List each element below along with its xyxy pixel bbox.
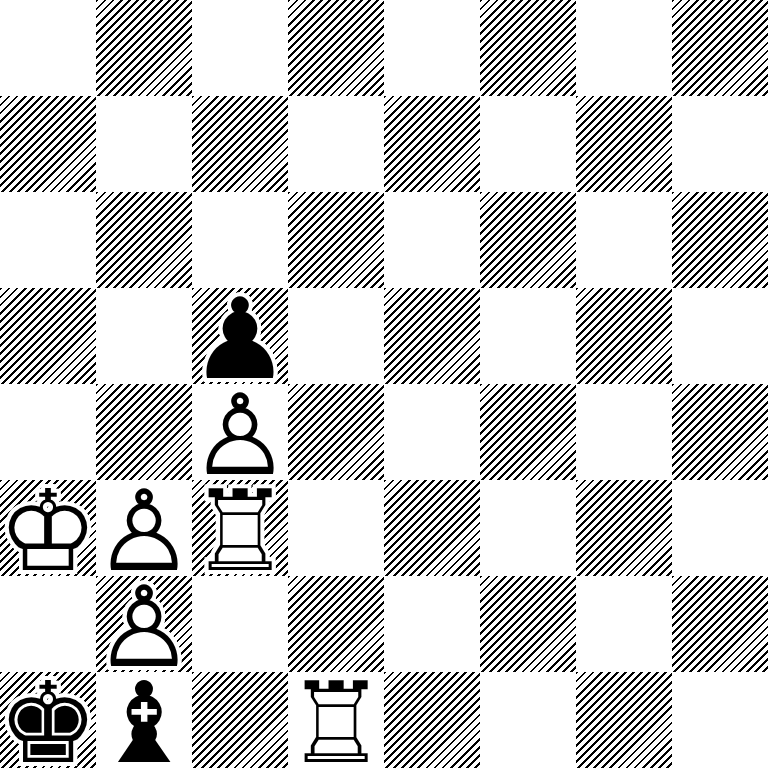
square-b1[interactable]: ♝♝ [96, 672, 192, 768]
square-b3[interactable]: ♟♙ [96, 480, 192, 576]
white-rook-halo: ♜ [288, 675, 384, 768]
white-rook-icon: ♖ [192, 483, 288, 579]
square-f4[interactable] [480, 384, 576, 480]
square-d6[interactable] [288, 192, 384, 288]
square-b5[interactable] [96, 288, 192, 384]
square-a6[interactable] [0, 192, 96, 288]
square-g3[interactable] [576, 480, 672, 576]
square-c3[interactable]: ♜♖ [192, 480, 288, 576]
white-pawn-icon: ♙ [192, 387, 288, 483]
square-f6[interactable] [480, 192, 576, 288]
square-h5[interactable] [672, 288, 768, 384]
square-b6[interactable] [96, 192, 192, 288]
square-a1[interactable]: ♚♚ [0, 672, 96, 768]
square-a5[interactable] [0, 288, 96, 384]
black-king-halo: ♚ [0, 675, 96, 768]
square-h3[interactable] [672, 480, 768, 576]
square-f8[interactable] [480, 0, 576, 96]
white-pawn-icon: ♙ [96, 579, 192, 675]
black-pawn-halo: ♟ [192, 291, 288, 387]
square-f5[interactable] [480, 288, 576, 384]
black-king-icon: ♚ [0, 675, 96, 768]
square-e4[interactable] [384, 384, 480, 480]
white-pawn-halo: ♟ [96, 579, 192, 675]
square-g1[interactable] [576, 672, 672, 768]
square-c7[interactable] [192, 96, 288, 192]
white-rook-icon: ♖ [288, 675, 384, 768]
square-e7[interactable] [384, 96, 480, 192]
square-d7[interactable] [288, 96, 384, 192]
white-pawn-icon: ♙ [96, 483, 192, 579]
square-e3[interactable] [384, 480, 480, 576]
square-f7[interactable] [480, 96, 576, 192]
chess-board: ♟♟♟♙♚♔♟♙♜♖♟♙♚♚♝♝♜♖ [0, 0, 768, 768]
black-bishop-icon: ♝ [96, 675, 192, 768]
square-g4[interactable] [576, 384, 672, 480]
square-a2[interactable] [0, 576, 96, 672]
square-d4[interactable] [288, 384, 384, 480]
square-a7[interactable] [0, 96, 96, 192]
square-b2[interactable]: ♟♙ [96, 576, 192, 672]
square-e1[interactable] [384, 672, 480, 768]
square-h6[interactable] [672, 192, 768, 288]
square-c4[interactable]: ♟♙ [192, 384, 288, 480]
square-h7[interactable] [672, 96, 768, 192]
square-b4[interactable] [96, 384, 192, 480]
square-c2[interactable] [192, 576, 288, 672]
white-king-icon: ♔ [0, 483, 96, 579]
square-c8[interactable] [192, 0, 288, 96]
square-c5[interactable]: ♟♟ [192, 288, 288, 384]
square-f1[interactable] [480, 672, 576, 768]
white-rook-halo: ♜ [192, 483, 288, 579]
square-e5[interactable] [384, 288, 480, 384]
white-pawn-halo: ♟ [96, 483, 192, 579]
square-h8[interactable] [672, 0, 768, 96]
square-g6[interactable] [576, 192, 672, 288]
square-e8[interactable] [384, 0, 480, 96]
square-e2[interactable] [384, 576, 480, 672]
white-pawn-halo: ♟ [192, 387, 288, 483]
square-d3[interactable] [288, 480, 384, 576]
square-b7[interactable] [96, 96, 192, 192]
square-d5[interactable] [288, 288, 384, 384]
square-g7[interactable] [576, 96, 672, 192]
square-f2[interactable] [480, 576, 576, 672]
square-d2[interactable] [288, 576, 384, 672]
square-d1[interactable]: ♜♖ [288, 672, 384, 768]
white-king-halo: ♚ [0, 483, 96, 579]
square-a8[interactable] [0, 0, 96, 96]
square-g5[interactable] [576, 288, 672, 384]
square-e6[interactable] [384, 192, 480, 288]
square-b8[interactable] [96, 0, 192, 96]
square-f3[interactable] [480, 480, 576, 576]
square-g2[interactable] [576, 576, 672, 672]
black-bishop-halo: ♝ [96, 675, 192, 768]
black-pawn-icon: ♟ [192, 291, 288, 387]
square-g8[interactable] [576, 0, 672, 96]
square-d8[interactable] [288, 0, 384, 96]
square-c6[interactable] [192, 192, 288, 288]
square-h1[interactable] [672, 672, 768, 768]
square-h4[interactable] [672, 384, 768, 480]
square-c1[interactable] [192, 672, 288, 768]
square-h2[interactable] [672, 576, 768, 672]
square-a4[interactable] [0, 384, 96, 480]
square-a3[interactable]: ♚♔ [0, 480, 96, 576]
